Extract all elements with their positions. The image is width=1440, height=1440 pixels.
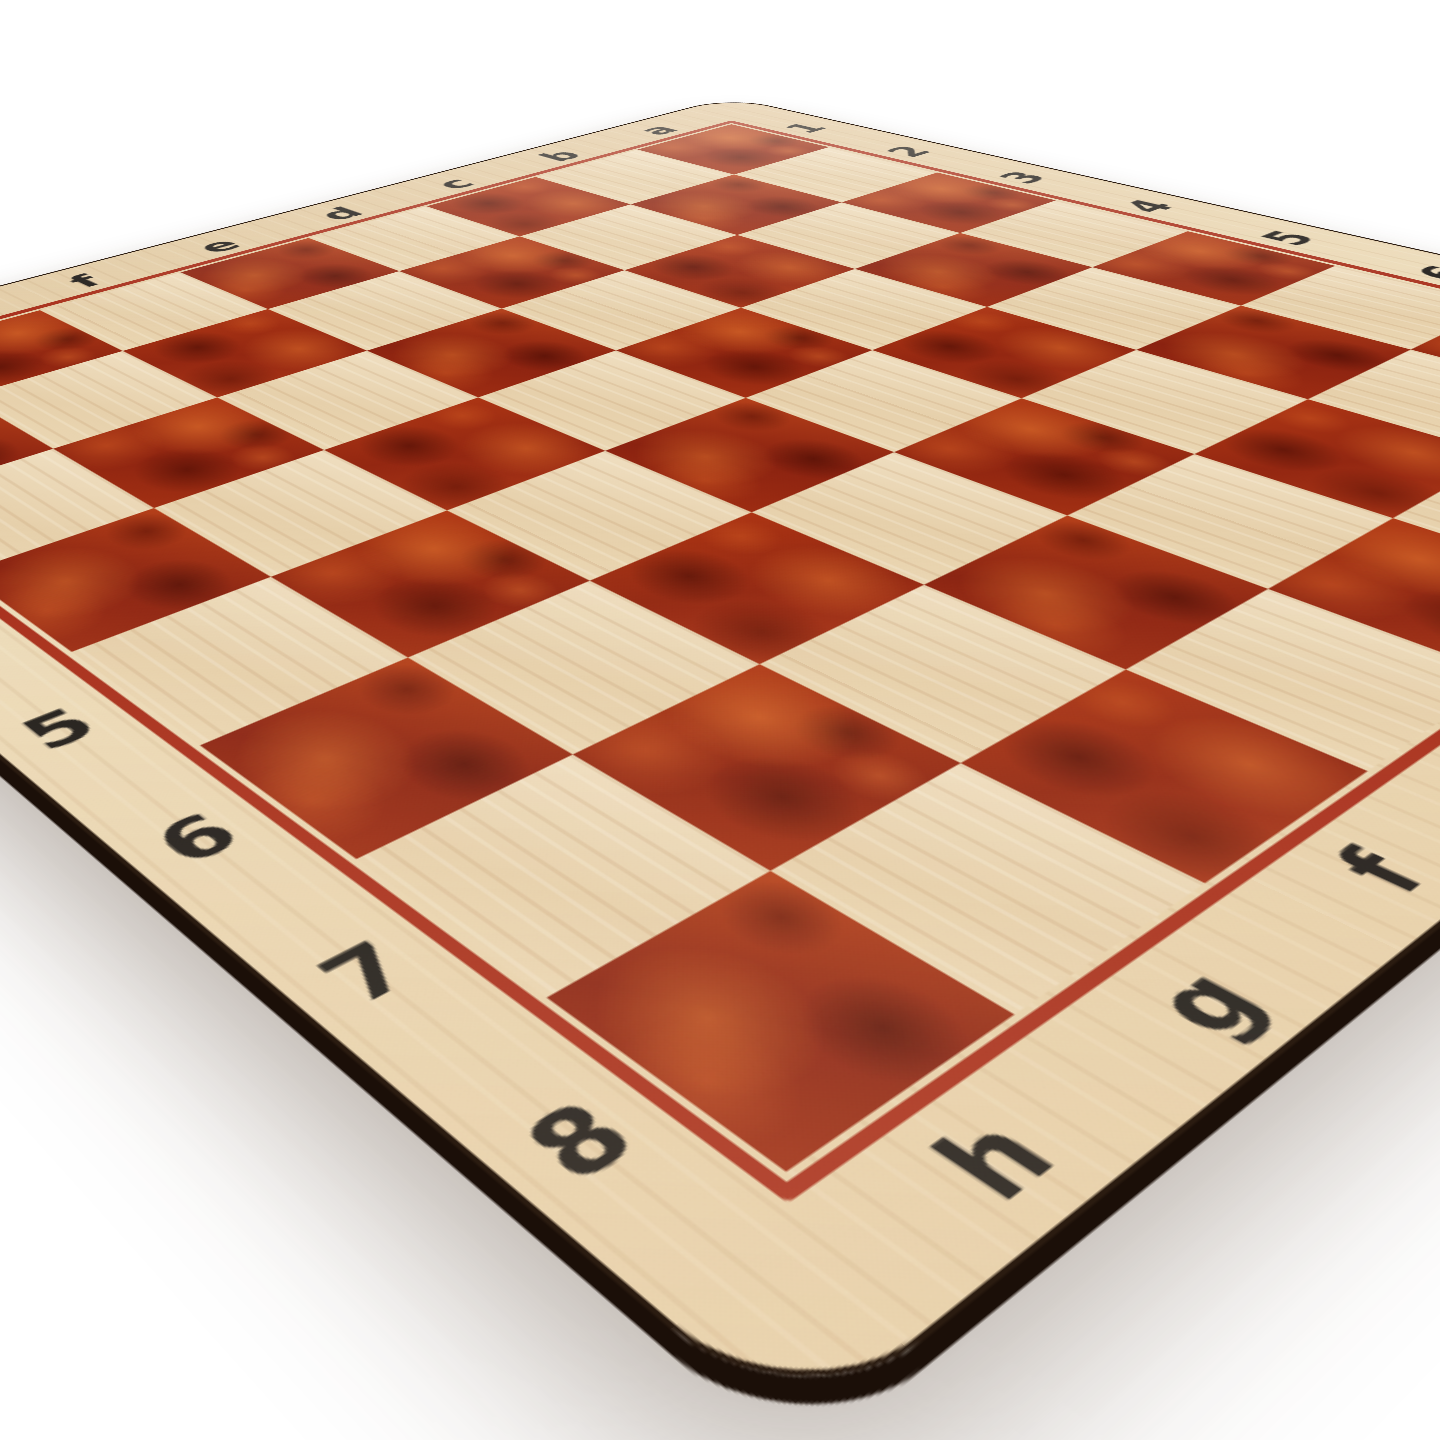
rank-label-far-5: 5 [1253, 228, 1326, 248]
file-label-far-f: f [61, 272, 109, 290]
file-label-near-g: g [1129, 957, 1280, 1048]
rank-label-near-7: 7 [305, 931, 433, 1016]
file-label-near-h: h [914, 1104, 1076, 1215]
file-label-far-e: e [189, 236, 248, 255]
file-label-near-f: f [1317, 839, 1440, 903]
photo-background: 11aa22bb33cc44dd55ee66ff77gg88hh [0, 0, 1440, 1440]
rank-label-near-6: 6 [143, 805, 255, 874]
chess-board-mat: 11aa22bb33cc44dd55ee66ff77gg88hh [0, 97, 1440, 1439]
board-squares [0, 124, 1440, 1172]
file-label-far-c: c [428, 176, 481, 191]
rank-label-far-6: 6 [1407, 263, 1440, 286]
rank-label-far-4: 4 [1115, 197, 1183, 215]
rank-label-near-5: 5 [11, 701, 111, 758]
file-label-far-b: b [532, 148, 589, 163]
rank-label-far-2: 2 [880, 144, 940, 159]
file-label-far-d: d [312, 205, 371, 223]
rank-label-far-3: 3 [992, 169, 1056, 186]
rank-label-near-8: 8 [507, 1088, 655, 1195]
file-label-far-a: a [631, 123, 685, 137]
rank-label-far-1: 1 [778, 121, 834, 135]
